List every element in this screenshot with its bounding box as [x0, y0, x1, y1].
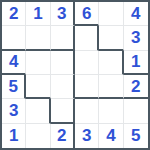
- cell-r4c2[interactable]: [26, 75, 50, 99]
- cell-r3c2[interactable]: [26, 51, 50, 75]
- cell-r5c3[interactable]: [51, 99, 75, 123]
- cell-r3c6[interactable]: 1: [124, 51, 148, 75]
- cell-r6c2[interactable]: [26, 124, 50, 148]
- cell-r6c5[interactable]: 4: [99, 124, 123, 148]
- cell-r6c6[interactable]: 5: [124, 124, 148, 148]
- cell-r3c5[interactable]: [99, 51, 123, 75]
- cell-r2c1[interactable]: [2, 26, 26, 50]
- cell-r1c2[interactable]: 1: [26, 2, 50, 26]
- cell-r6c1[interactable]: 1: [2, 124, 26, 148]
- cell-r4c3[interactable]: [51, 75, 75, 99]
- cell-r2c2[interactable]: [26, 26, 50, 50]
- cell-r1c6[interactable]: 4: [124, 2, 148, 26]
- cell-r1c5[interactable]: [99, 2, 123, 26]
- cell-r1c3[interactable]: 3: [51, 2, 75, 26]
- cell-r3c3[interactable]: [51, 51, 75, 75]
- cell-r5c6[interactable]: [124, 99, 148, 123]
- cell-r2c6[interactable]: 3: [124, 26, 148, 50]
- cell-r2c3[interactable]: [51, 26, 75, 50]
- cell-r3c4[interactable]: [75, 51, 99, 75]
- cell-r4c6[interactable]: 2: [124, 75, 148, 99]
- cell-r5c1[interactable]: 3: [2, 99, 26, 123]
- cell-r5c2[interactable]: [26, 99, 50, 123]
- cell-r5c5[interactable]: [99, 99, 123, 123]
- cell-r4c4[interactable]: [75, 75, 99, 99]
- cell-r2c4[interactable]: [75, 26, 99, 50]
- cell-r4c1[interactable]: 5: [2, 75, 26, 99]
- cell-r5c4[interactable]: [75, 99, 99, 123]
- cell-r1c1[interactable]: 2: [2, 2, 26, 26]
- cell-r2c5[interactable]: [99, 26, 123, 50]
- cell-r4c5[interactable]: [99, 75, 123, 99]
- puzzle-board: 2136434152312345: [0, 0, 150, 150]
- cell-r3c1[interactable]: 4: [2, 51, 26, 75]
- cell-r1c4[interactable]: 6: [75, 2, 99, 26]
- cell-r6c3[interactable]: 2: [51, 124, 75, 148]
- cell-r6c4[interactable]: 3: [75, 124, 99, 148]
